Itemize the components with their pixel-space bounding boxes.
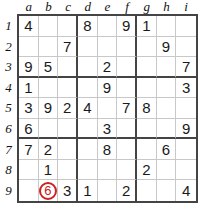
cell-d6[interactable] [78, 119, 98, 140]
cell-b2[interactable] [39, 37, 59, 58]
cell-e2[interactable] [98, 37, 118, 58]
cell-a4[interactable]: 1 [19, 78, 39, 99]
row-label-8: 8 [0, 160, 17, 181]
cell-b6[interactable] [39, 119, 59, 140]
cell-h6[interactable] [157, 119, 177, 140]
cell-h5[interactable] [157, 98, 177, 119]
board-area: 1 2 3 4 5 6 7 8 9 4891799527193392478639… [0, 14, 200, 203]
cell-e8[interactable] [98, 160, 118, 181]
cell-a3[interactable]: 9 [19, 57, 39, 78]
cell-c8[interactable] [58, 160, 78, 181]
cell-g3[interactable] [137, 57, 157, 78]
cell-f3[interactable] [117, 57, 137, 78]
cell-a1[interactable]: 4 [19, 16, 39, 37]
cell-i8[interactable] [176, 160, 196, 181]
row-label-9: 9 [0, 180, 17, 201]
cell-h7[interactable]: 6 [157, 139, 177, 160]
cell-a7[interactable]: 7 [19, 139, 39, 160]
cell-a9[interactable] [19, 180, 39, 201]
cell-i9[interactable]: 4 [176, 180, 196, 201]
cell-h9[interactable] [157, 180, 177, 201]
cell-a2[interactable] [19, 37, 39, 58]
cell-e3[interactable]: 2 [98, 57, 118, 78]
cell-h1[interactable] [157, 16, 177, 37]
cell-b3[interactable]: 5 [39, 57, 59, 78]
cell-d5[interactable]: 4 [78, 98, 98, 119]
cell-c9[interactable]: 3 [58, 180, 78, 201]
col-label-b: b [39, 0, 59, 14]
cell-f1[interactable]: 9 [117, 16, 137, 37]
cell-d1[interactable]: 8 [78, 16, 98, 37]
row-labels: 1 2 3 4 5 6 7 8 9 [0, 16, 17, 201]
cell-b8[interactable]: 1 [39, 160, 59, 181]
cell-c2[interactable]: 7 [58, 37, 78, 58]
col-label-h: h [157, 0, 177, 14]
cell-e1[interactable] [98, 16, 118, 37]
cell-e7[interactable]: 8 [98, 139, 118, 160]
cell-i7[interactable] [176, 139, 196, 160]
cell-f2[interactable] [117, 37, 137, 58]
cell-f6[interactable] [117, 119, 137, 140]
cell-h4[interactable] [157, 78, 177, 99]
col-label-a: a [19, 0, 39, 14]
cell-c1[interactable] [58, 16, 78, 37]
cell-i5[interactable] [176, 98, 196, 119]
cell-a5[interactable]: 3 [19, 98, 39, 119]
col-label-c: c [58, 0, 78, 14]
cell-b4[interactable] [39, 78, 59, 99]
cell-c7[interactable] [58, 139, 78, 160]
cell-e5[interactable] [98, 98, 118, 119]
cell-i2[interactable] [176, 37, 196, 58]
row-label-3: 3 [0, 57, 17, 78]
cell-h2[interactable]: 9 [157, 37, 177, 58]
col-label-i: i [176, 0, 196, 14]
col-label-d: d [78, 0, 98, 14]
cell-c4[interactable] [58, 78, 78, 99]
red-circle-highlight: 6 [39, 182, 57, 200]
cell-f8[interactable] [117, 160, 137, 181]
cell-g2[interactable] [137, 37, 157, 58]
cell-f5[interactable]: 7 [117, 98, 137, 119]
cell-g5[interactable]: 8 [137, 98, 157, 119]
col-label-g: g [137, 0, 157, 14]
cell-d7[interactable] [78, 139, 98, 160]
row-label-6: 6 [0, 119, 17, 140]
cell-b5[interactable]: 9 [39, 98, 59, 119]
col-label-e: e [98, 0, 118, 14]
cell-e4[interactable]: 9 [98, 78, 118, 99]
cell-a8[interactable] [19, 160, 39, 181]
cell-i4[interactable]: 3 [176, 78, 196, 99]
cell-d8[interactable] [78, 160, 98, 181]
row-label-7: 7 [0, 139, 17, 160]
cell-b9[interactable]: 6 [39, 180, 59, 201]
row-label-5: 5 [0, 98, 17, 119]
row-label-4: 4 [0, 78, 17, 99]
cell-i6[interactable]: 9 [176, 119, 196, 140]
cell-d3[interactable] [78, 57, 98, 78]
row-label-2: 2 [0, 37, 17, 58]
cell-d4[interactable] [78, 78, 98, 99]
cell-i3[interactable]: 7 [176, 57, 196, 78]
cell-c3[interactable] [58, 57, 78, 78]
cell-g8[interactable]: 2 [137, 160, 157, 181]
cell-i1[interactable] [176, 16, 196, 37]
cell-a6[interactable]: 6 [19, 119, 39, 140]
cell-g4[interactable] [137, 78, 157, 99]
col-label-f: f [117, 0, 137, 14]
cell-f4[interactable] [117, 78, 137, 99]
cell-c5[interactable]: 2 [58, 98, 78, 119]
column-labels: a b c d e f g h i [19, 0, 196, 14]
row-label-1: 1 [0, 16, 17, 37]
cell-d9[interactable]: 1 [78, 180, 98, 201]
board: 489179952719339247863972861263124 [17, 14, 198, 203]
cell-f7[interactable] [117, 139, 137, 160]
sudoku-page: a b c d e f g h i 1 2 3 4 5 6 7 8 9 4891… [0, 0, 200, 205]
cell-e9[interactable] [98, 180, 118, 201]
cell-g1[interactable]: 1 [137, 16, 157, 37]
cell-d2[interactable] [78, 37, 98, 58]
cell-h8[interactable] [157, 160, 177, 181]
cell-b7[interactable]: 2 [39, 139, 59, 160]
cell-g9[interactable] [137, 180, 157, 201]
cell-g7[interactable] [137, 139, 157, 160]
cell-c6[interactable] [58, 119, 78, 140]
cell-e6[interactable]: 3 [98, 119, 118, 140]
cell-h3[interactable] [157, 57, 177, 78]
cell-f9[interactable]: 2 [117, 180, 137, 201]
cell-g6[interactable] [137, 119, 157, 140]
cell-b1[interactable] [39, 16, 59, 37]
